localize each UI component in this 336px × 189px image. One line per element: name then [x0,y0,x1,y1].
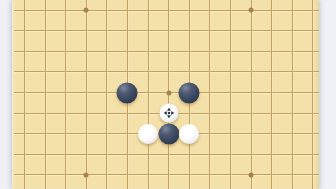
intersection-6-7[interactable] [138,82,159,103]
intersection-8-3[interactable] [179,0,200,20]
intersection-1-4[interactable] [35,20,56,41]
intersection-7-10[interactable] [158,144,179,165]
intersection-2-7[interactable] [55,82,76,103]
intersection-11-8[interactable] [241,103,262,124]
intersection-12-12[interactable] [261,185,282,189]
intersection-2-11[interactable] [55,165,76,186]
intersection-3-3[interactable] [76,0,97,20]
intersection-11-5[interactable] [241,41,262,62]
intersection-1-5[interactable] [35,41,56,62]
intersection-12-10[interactable] [261,144,282,165]
intersection-9-10[interactable] [200,144,221,165]
intersection-13-9[interactable] [282,123,303,144]
intersection-3-5[interactable] [76,41,97,62]
intersection-5-11[interactable] [117,165,138,186]
intersection-6-10[interactable] [138,144,159,165]
intersection-10-8[interactable] [220,103,241,124]
intersection-12-3[interactable] [261,0,282,20]
intersection-7-8[interactable] [158,103,179,124]
intersection-2-9[interactable] [55,123,76,144]
intersection-5-10[interactable] [117,144,138,165]
intersection-11-3[interactable] [241,0,262,20]
intersection-2-5[interactable] [55,41,76,62]
intersection-13-4[interactable] [282,20,303,41]
intersection-10-7[interactable] [220,82,241,103]
white-stone [138,124,158,144]
intersection-0-6[interactable] [14,62,35,83]
intersection-4-4[interactable] [97,20,118,41]
intersection-12-6[interactable] [261,62,282,83]
intersection-10-6[interactable] [220,62,241,83]
intersection-5-4[interactable] [117,20,138,41]
intersection-0-5[interactable] [14,41,35,62]
intersection-12-9[interactable] [261,123,282,144]
intersection-10-5[interactable] [220,41,241,62]
white-stone [179,124,199,144]
intersection-5-12[interactable] [117,185,138,189]
intersection-6-6[interactable] [138,62,159,83]
star-point [84,8,89,13]
intersection-10-12[interactable] [220,185,241,189]
intersection-7-11[interactable] [158,165,179,186]
star-point [249,172,254,177]
intersection-13-5[interactable] [282,41,303,62]
intersection-13-7[interactable] [282,82,303,103]
gomoku-board[interactable] [12,0,319,189]
intersection-4-6[interactable] [97,62,118,83]
intersection-9-11[interactable] [200,165,221,186]
intersection-2-6[interactable] [55,62,76,83]
intersection-1-10[interactable] [35,144,56,165]
intersection-5-8[interactable] [117,103,138,124]
intersection-13-12[interactable] [282,185,303,189]
intersection-6-5[interactable] [138,41,159,62]
intersection-14-12[interactable] [303,185,320,189]
intersection-13-3[interactable] [282,0,303,20]
intersection-9-3[interactable] [200,0,221,20]
intersection-12-11[interactable] [261,165,282,186]
intersection-1-9[interactable] [35,123,56,144]
intersection-8-12[interactable] [179,185,200,189]
intersection-14-10[interactable] [303,144,320,165]
intersection-10-9[interactable] [220,123,241,144]
intersection-6-9[interactable] [138,123,159,144]
last-move-marker-icon [163,108,174,119]
intersection-14-7[interactable] [303,82,320,103]
intersection-10-4[interactable] [220,20,241,41]
intersection-3-11[interactable] [76,165,97,186]
intersection-9-4[interactable] [200,20,221,41]
intersection-2-8[interactable] [55,103,76,124]
intersection-7-5[interactable] [158,41,179,62]
intersection-2-12[interactable] [55,185,76,189]
intersection-9-8[interactable] [200,103,221,124]
star-point [166,90,171,95]
intersection-13-10[interactable] [282,144,303,165]
intersection-3-6[interactable] [76,62,97,83]
intersection-12-7[interactable] [261,82,282,103]
intersection-14-3[interactable] [303,0,320,20]
intersection-14-4[interactable] [303,20,320,41]
intersection-5-9[interactable] [117,123,138,144]
intersection-11-4[interactable] [241,20,262,41]
intersection-0-12[interactable] [14,185,35,189]
star-point [84,172,89,177]
intersection-0-4[interactable] [14,20,35,41]
intersection-1-11[interactable] [35,165,56,186]
intersection-8-5[interactable] [179,41,200,62]
intersection-8-9[interactable] [179,123,200,144]
intersection-0-3[interactable] [14,0,35,20]
intersection-0-9[interactable] [14,123,35,144]
intersection-7-4[interactable] [158,20,179,41]
black-stone [179,82,200,103]
intersection-4-12[interactable] [97,185,118,189]
intersection-4-8[interactable] [97,103,118,124]
intersection-12-5[interactable] [261,41,282,62]
intersection-8-11[interactable] [179,165,200,186]
intersection-8-10[interactable] [179,144,200,165]
intersection-6-11[interactable] [138,165,159,186]
intersection-4-3[interactable] [97,0,118,20]
intersection-0-7[interactable] [14,82,35,103]
intersection-1-3[interactable] [35,0,56,20]
intersection-2-10[interactable] [55,144,76,165]
intersection-0-11[interactable] [14,165,35,186]
intersection-5-6[interactable] [117,62,138,83]
intersection-4-9[interactable] [97,123,118,144]
intersection-2-4[interactable] [55,20,76,41]
intersection-5-5[interactable] [117,41,138,62]
intersection-14-6[interactable] [303,62,320,83]
left-gutter [0,0,12,189]
intersection-7-7[interactable] [158,82,179,103]
intersection-14-5[interactable] [303,41,320,62]
intersection-5-7[interactable] [117,82,138,103]
intersection-14-8[interactable] [303,103,320,124]
intersection-14-9[interactable] [303,123,320,144]
intersection-1-12[interactable] [35,185,56,189]
intersection-11-6[interactable] [241,62,262,83]
board-grid [14,0,319,189]
intersection-0-10[interactable] [14,144,35,165]
intersection-8-4[interactable] [179,20,200,41]
intersection-4-11[interactable] [97,165,118,186]
intersection-7-6[interactable] [158,62,179,83]
intersection-6-12[interactable] [138,185,159,189]
intersection-11-11[interactable] [241,165,262,186]
intersection-3-7[interactable] [76,82,97,103]
intersection-4-10[interactable] [97,144,118,165]
white-stone-last-move [159,104,178,123]
intersection-1-8[interactable] [35,103,56,124]
intersection-13-6[interactable] [282,62,303,83]
intersection-4-7[interactable] [97,82,118,103]
intersection-7-3[interactable] [158,0,179,20]
intersection-12-4[interactable] [261,20,282,41]
intersection-1-7[interactable] [35,82,56,103]
game-screen [0,0,336,189]
black-stone [158,123,179,144]
intersection-11-10[interactable] [241,144,262,165]
intersection-10-11[interactable] [220,165,241,186]
intersection-7-9[interactable] [158,123,179,144]
black-stone [117,82,138,103]
intersection-11-9[interactable] [241,123,262,144]
intersection-5-3[interactable] [117,0,138,20]
intersection-6-8[interactable] [138,103,159,124]
intersection-4-5[interactable] [97,41,118,62]
intersection-1-6[interactable] [35,62,56,83]
intersection-9-12[interactable] [200,185,221,189]
intersection-3-10[interactable] [76,144,97,165]
intersection-12-8[interactable] [261,103,282,124]
intersection-9-5[interactable] [200,41,221,62]
intersection-7-12[interactable] [158,185,179,189]
intersection-9-9[interactable] [200,123,221,144]
intersection-13-8[interactable] [282,103,303,124]
intersection-13-11[interactable] [282,165,303,186]
intersection-3-9[interactable] [76,123,97,144]
intersection-3-4[interactable] [76,20,97,41]
intersection-9-6[interactable] [200,62,221,83]
intersection-8-7[interactable] [179,82,200,103]
intersection-8-6[interactable] [179,62,200,83]
right-gutter [319,0,336,189]
intersection-3-12[interactable] [76,185,97,189]
intersection-10-10[interactable] [220,144,241,165]
intersection-3-8[interactable] [76,103,97,124]
intersection-14-11[interactable] [303,165,320,186]
intersection-6-4[interactable] [138,20,159,41]
intersection-2-3[interactable] [55,0,76,20]
star-point [249,8,254,13]
intersection-9-7[interactable] [200,82,221,103]
intersection-0-8[interactable] [14,103,35,124]
intersection-6-3[interactable] [138,0,159,20]
intersection-8-8[interactable] [179,103,200,124]
intersection-11-7[interactable] [241,82,262,103]
intersection-10-3[interactable] [220,0,241,20]
intersection-11-12[interactable] [241,185,262,189]
